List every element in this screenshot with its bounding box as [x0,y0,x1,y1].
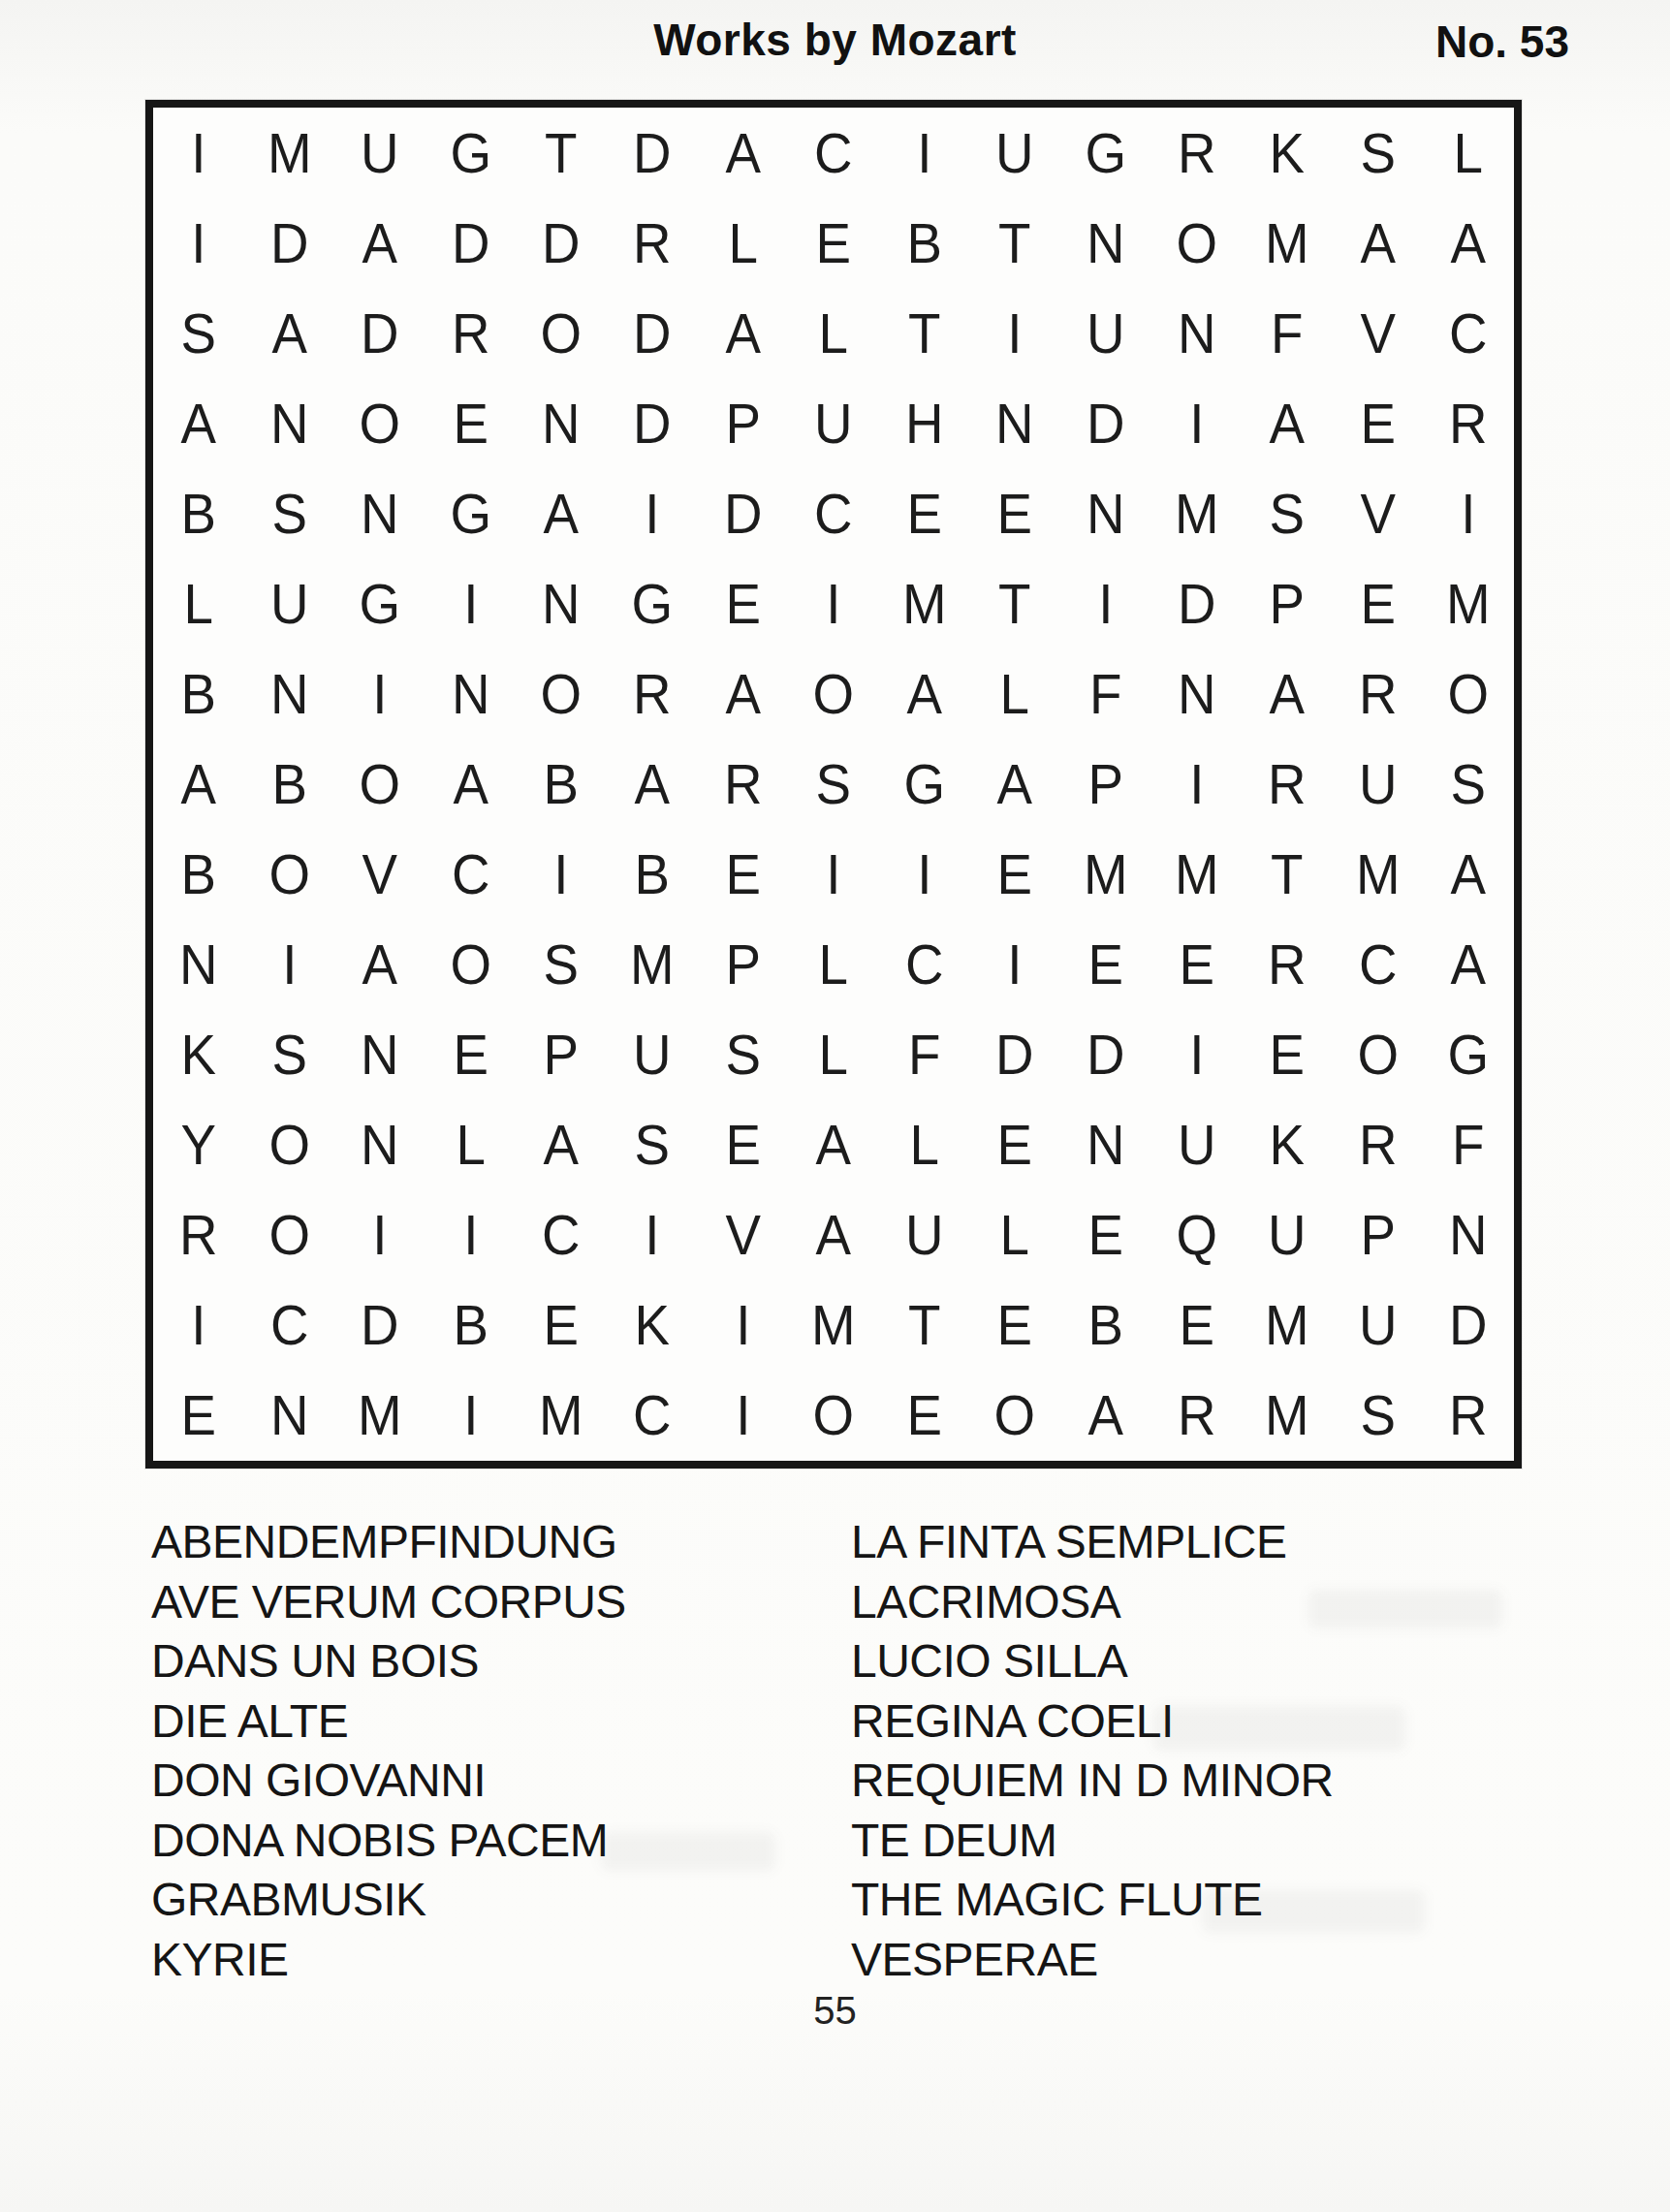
grid-cell-r9c14[interactable]: M [1335,830,1422,920]
grid-cell-r14c2[interactable]: C [245,1280,332,1371]
grid-cell-r6c13[interactable]: P [1244,558,1331,648]
grid-cell-r14c5[interactable]: E [518,1280,605,1371]
grid-cell-r9c5[interactable]: I [518,830,605,920]
grid-cell-r12c3[interactable]: N [336,1100,424,1190]
grid-cell-r8c9[interactable]: G [881,739,968,829]
word-item: AVE VERUM CORPUS [151,1572,626,1632]
grid-cell-r12c14[interactable]: R [1335,1100,1422,1190]
grid-cell-r5c12[interactable]: M [1152,468,1240,558]
grid-cell-r15c5[interactable]: M [518,1371,605,1461]
grid-cell-r13c7[interactable]: V [699,1190,786,1280]
word-item: REQUIEM IN D MINOR [851,1751,1334,1811]
word-list-left-column: ABENDEMPFINDUNGAVE VERUM CORPUSDANS UN B… [151,1512,626,1989]
grid-cell-r13c13[interactable]: U [1244,1190,1331,1280]
grid-cell-r12c1[interactable]: Y [155,1100,242,1190]
grid-cell-r5c6[interactable]: I [609,468,696,558]
grid-cell-r2c10[interactable]: T [971,198,1058,288]
grid-cell-r6c4[interactable]: I [427,558,515,648]
grid-cell-r5c8[interactable]: C [790,468,877,558]
grid-cell-r14c4[interactable]: B [427,1280,515,1371]
grid-cell-r2c14[interactable]: A [1335,198,1422,288]
grid-cell-r2c6[interactable]: R [609,198,696,288]
grid-cell-r11c10[interactable]: D [971,1010,1058,1100]
grid-cell-r5c2[interactable]: S [245,468,332,558]
grid-cell-r14c6[interactable]: K [609,1280,696,1371]
grid-cell-r11c12[interactable]: I [1152,1010,1240,1100]
grid-cell-r10c14[interactable]: C [1335,920,1422,1010]
grid-cell-r13c3[interactable]: I [336,1190,424,1280]
grid-cell-r14c13[interactable]: M [1244,1280,1331,1371]
grid-cell-r4c11[interactable]: D [1062,378,1150,468]
grid-cell-r1c3[interactable]: U [336,108,424,198]
grid-cell-r15c11[interactable]: A [1062,1371,1150,1461]
grid-cell-r3c4[interactable]: R [427,288,515,378]
grid-cell-r12c7[interactable]: E [699,1100,786,1190]
grid-cell-r9c7[interactable]: E [699,830,786,920]
grid-cell-r5c7[interactable]: D [699,468,786,558]
grid-cell-r8c6[interactable]: A [609,739,696,829]
grid-cell-r1c7[interactable]: A [699,108,786,198]
grid-cell-r7c8[interactable]: O [790,648,877,739]
grid-cell-r11c7[interactable]: S [699,1010,786,1100]
puzzle-number: No. 53 [1435,16,1569,68]
grid-cell-r8c3[interactable]: O [336,739,424,829]
grid-cell-r8c2[interactable]: B [245,739,332,829]
grid-cell-r11c6[interactable]: U [609,1010,696,1100]
grid-cell-r13c10[interactable]: L [971,1190,1058,1280]
grid-cell-r5c5[interactable]: A [518,468,605,558]
grid-cell-r10c9[interactable]: C [881,920,968,1010]
grid-cell-r3c14[interactable]: V [1335,288,1422,378]
grid-cell-r5c14[interactable]: V [1335,468,1422,558]
word-item: GRABMUSIK [151,1870,626,1930]
grid-cell-r6c11[interactable]: I [1062,558,1150,648]
grid-cell-r1c9[interactable]: I [881,108,968,198]
grid-cell-r6c10[interactable]: T [971,558,1058,648]
word-item: ABENDEMPFINDUNG [151,1512,626,1572]
grid-cell-r9c10[interactable]: E [971,830,1058,920]
page-number: 55 [0,1989,1670,2033]
grid-cell-r12c5[interactable]: A [518,1100,605,1190]
grid-cell-r3c13[interactable]: F [1244,288,1331,378]
grid-cell-r12c2[interactable]: O [245,1100,332,1190]
grid-cell-r13c6[interactable]: I [609,1190,696,1280]
grid-cell-r5c3[interactable]: N [336,468,424,558]
grid-cell-r11c2[interactable]: S [245,1010,332,1100]
grid-cell-r9c15[interactable]: A [1425,830,1512,920]
grid-cell-r4c7[interactable]: P [699,378,786,468]
grid-cell-r7c4[interactable]: N [427,648,515,739]
grid-cell-r6c14[interactable]: E [1335,558,1422,648]
grid-cell-r13c4[interactable]: I [427,1190,515,1280]
grid-cell-r12c10[interactable]: E [971,1100,1058,1190]
grid-cell-r8c15[interactable]: S [1425,739,1512,829]
grid-cell-r15c13[interactable]: M [1244,1371,1331,1461]
word-search-grid: IMUGTDACIUGRKSLIDADDRLEBTNOMAASADRODALTI… [153,108,1514,1461]
grid-cell-r8c10[interactable]: A [971,739,1058,829]
grid-cell-r14c8[interactable]: M [790,1280,877,1371]
grid-cell-r15c6[interactable]: C [609,1371,696,1461]
grid-cell-r9c8[interactable]: I [790,830,877,920]
grid-cell-r1c6[interactable]: D [609,108,696,198]
grid-cell-r9c2[interactable]: O [245,830,332,920]
grid-cell-r7c5[interactable]: O [518,648,605,739]
grid-cell-r9c12[interactable]: M [1152,830,1240,920]
grid-cell-r7c3[interactable]: I [336,648,424,739]
grid-cell-r6c12[interactable]: D [1152,558,1240,648]
grid-cell-r12c8[interactable]: A [790,1100,877,1190]
grid-cell-r11c3[interactable]: N [336,1010,424,1100]
word-item: DIE ALTE [151,1691,626,1752]
grid-cell-r7c1[interactable]: B [155,648,242,739]
grid-cell-r2c5[interactable]: D [518,198,605,288]
grid-cell-r6c7[interactable]: E [699,558,786,648]
grid-cell-r15c2[interactable]: N [245,1371,332,1461]
grid-cell-r14c7[interactable]: I [699,1280,786,1371]
grid-cell-r9c9[interactable]: I [881,830,968,920]
grid-cell-r7c2[interactable]: N [245,648,332,739]
grid-cell-r6c6[interactable]: G [609,558,696,648]
grid-cell-r9c4[interactable]: C [427,830,515,920]
grid-cell-r15c3[interactable]: M [336,1371,424,1461]
grid-cell-r4c14[interactable]: E [1335,378,1422,468]
grid-cell-r4c13[interactable]: A [1244,378,1331,468]
grid-cell-r14c10[interactable]: E [971,1280,1058,1371]
grid-cell-r1c2[interactable]: M [245,108,332,198]
grid-cell-r1c15[interactable]: L [1425,108,1512,198]
grid-cell-r6c3[interactable]: G [336,558,424,648]
grid-cell-r2c4[interactable]: D [427,198,515,288]
grid-cell-r1c1[interactable]: I [155,108,242,198]
grid-cell-r8c4[interactable]: A [427,739,515,829]
grid-cell-r12c4[interactable]: L [427,1100,515,1190]
grid-cell-r10c4[interactable]: O [427,920,515,1010]
grid-cell-r10c13[interactable]: R [1244,920,1331,1010]
grid-cell-r12c9[interactable]: L [881,1100,968,1190]
grid-cell-r1c8[interactable]: C [790,108,877,198]
grid-cell-r5c10[interactable]: E [971,468,1058,558]
grid-cell-r7c12[interactable]: N [1152,648,1240,739]
grid-cell-r8c12[interactable]: I [1152,739,1240,829]
grid-cell-r10c2[interactable]: I [245,920,332,1010]
grid-cell-r3c9[interactable]: T [881,288,968,378]
grid-cell-r10c10[interactable]: I [971,920,1058,1010]
grid-cell-r11c9[interactable]: F [881,1010,968,1100]
grid-cell-r5c4[interactable]: G [427,468,515,558]
grid-cell-r1c4[interactable]: G [427,108,515,198]
grid-cell-r15c1[interactable]: E [155,1371,242,1461]
grid-cell-r9c1[interactable]: B [155,830,242,920]
grid-cell-r9c6[interactable]: B [609,830,696,920]
word-item: LUCIO SILLA [851,1631,1334,1691]
grid-cell-r8c7[interactable]: R [699,739,786,829]
grid-cell-r1c11[interactable]: G [1062,108,1150,198]
scan-artifact [1308,1590,1502,1628]
grid-cell-r14c12[interactable]: E [1152,1280,1240,1371]
grid-cell-r6c2[interactable]: U [245,558,332,648]
grid-cell-r6c8[interactable]: I [790,558,877,648]
grid-cell-r15c4[interactable]: I [427,1371,515,1461]
grid-cell-r4c4[interactable]: E [427,378,515,468]
grid-cell-r12c15[interactable]: F [1425,1100,1512,1190]
grid-cell-r2c7[interactable]: L [699,198,786,288]
grid-cell-r9c13[interactable]: T [1244,830,1331,920]
grid-cell-r10c1[interactable]: N [155,920,242,1010]
word-search-board-frame: IMUGTDACIUGRKSLIDADDRLEBTNOMAASADRODALTI… [145,100,1522,1469]
grid-cell-r1c10[interactable]: U [971,108,1058,198]
grid-cell-r1c13[interactable]: K [1244,108,1331,198]
grid-cell-r15c15[interactable]: R [1425,1371,1512,1461]
grid-cell-r14c15[interactable]: D [1425,1280,1512,1371]
grid-cell-r14c11[interactable]: B [1062,1280,1150,1371]
grid-cell-r8c11[interactable]: P [1062,739,1150,829]
grid-cell-r4c15[interactable]: R [1425,378,1512,468]
grid-cell-r11c15[interactable]: G [1425,1010,1512,1100]
grid-cell-r4c2[interactable]: N [245,378,332,468]
word-item: DON GIOVANNI [151,1751,626,1811]
word-item: DONA NOBIS PACEM [151,1811,626,1871]
grid-cell-r7c6[interactable]: R [609,648,696,739]
grid-cell-r8c13[interactable]: R [1244,739,1331,829]
word-list-right-column: LA FINTA SEMPLICELACRIMOSALUCIO SILLAREG… [851,1512,1334,1989]
grid-cell-r7c9[interactable]: A [881,648,968,739]
grid-cell-r14c1[interactable]: I [155,1280,242,1371]
grid-cell-r13c11[interactable]: E [1062,1190,1150,1280]
grid-cell-r13c8[interactable]: A [790,1190,877,1280]
grid-cell-r10c6[interactable]: M [609,920,696,1010]
grid-cell-r2c8[interactable]: E [790,198,877,288]
grid-cell-r11c8[interactable]: L [790,1010,877,1100]
word-item: REGINA COELI [851,1691,1334,1752]
grid-cell-r13c9[interactable]: U [881,1190,968,1280]
grid-cell-r2c9[interactable]: B [881,198,968,288]
grid-cell-r10c7[interactable]: P [699,920,786,1010]
grid-cell-r4c5[interactable]: N [518,378,605,468]
grid-cell-r13c2[interactable]: O [245,1190,332,1280]
grid-cell-r3c3[interactable]: D [336,288,424,378]
grid-cell-r11c11[interactable]: D [1062,1010,1150,1100]
grid-cell-r4c12[interactable]: I [1152,378,1240,468]
grid-cell-r6c9[interactable]: M [881,558,968,648]
grid-cell-r14c3[interactable]: D [336,1280,424,1371]
grid-cell-r2c13[interactable]: M [1244,198,1331,288]
grid-cell-r10c12[interactable]: E [1152,920,1240,1010]
grid-cell-r5c1[interactable]: B [155,468,242,558]
grid-cell-r10c15[interactable]: A [1425,920,1512,1010]
grid-cell-r4c9[interactable]: H [881,378,968,468]
grid-cell-r15c14[interactable]: S [1335,1371,1422,1461]
word-item: VESPERAE [851,1930,1334,1990]
grid-cell-r5c9[interactable]: E [881,468,968,558]
grid-cell-r3c2[interactable]: A [245,288,332,378]
grid-cell-r11c5[interactable]: P [518,1010,605,1100]
grid-cell-r3c11[interactable]: U [1062,288,1150,378]
grid-cell-r7c7[interactable]: A [699,648,786,739]
scan-artifact [601,1832,775,1871]
grid-cell-r4c6[interactable]: D [609,378,696,468]
grid-cell-r9c11[interactable]: M [1062,830,1150,920]
grid-cell-r12c11[interactable]: N [1062,1100,1150,1190]
grid-cell-r7c14[interactable]: R [1335,648,1422,739]
grid-cell-r13c14[interactable]: P [1335,1190,1422,1280]
grid-cell-r2c2[interactable]: D [245,198,332,288]
grid-cell-r8c1[interactable]: A [155,739,242,829]
grid-cell-r5c11[interactable]: N [1062,468,1150,558]
grid-cell-r8c5[interactable]: B [518,739,605,829]
grid-cell-r7c15[interactable]: O [1425,648,1512,739]
grid-cell-r2c11[interactable]: N [1062,198,1150,288]
grid-cell-r1c14[interactable]: S [1335,108,1422,198]
grid-cell-r2c15[interactable]: A [1425,198,1512,288]
grid-cell-r3c8[interactable]: L [790,288,877,378]
grid-cell-r10c11[interactable]: E [1062,920,1150,1010]
grid-cell-r14c9[interactable]: T [881,1280,968,1371]
grid-cell-r7c13[interactable]: A [1244,648,1331,739]
grid-cell-r11c1[interactable]: K [155,1010,242,1100]
grid-cell-r2c12[interactable]: O [1152,198,1240,288]
grid-cell-r3c12[interactable]: N [1152,288,1240,378]
grid-cell-r1c12[interactable]: R [1152,108,1240,198]
grid-cell-r11c4[interactable]: E [427,1010,515,1100]
grid-cell-r10c3[interactable]: A [336,920,424,1010]
grid-cell-r13c12[interactable]: Q [1152,1190,1240,1280]
word-item: DANS UN BOIS [151,1631,626,1691]
grid-cell-r9c3[interactable]: V [336,830,424,920]
grid-cell-r4c8[interactable]: U [790,378,877,468]
grid-cell-r13c15[interactable]: N [1425,1190,1512,1280]
grid-cell-r10c5[interactable]: S [518,920,605,1010]
grid-cell-r7c10[interactable]: L [971,648,1058,739]
grid-cell-r3c15[interactable]: C [1425,288,1512,378]
grid-cell-r12c13[interactable]: K [1244,1100,1331,1190]
word-item: KYRIE [151,1930,626,1990]
grid-cell-r7c11[interactable]: F [1062,648,1150,739]
grid-cell-r5c15[interactable]: I [1425,468,1512,558]
grid-cell-r1c5[interactable]: T [518,108,605,198]
grid-cell-r10c8[interactable]: L [790,920,877,1010]
grid-cell-r13c1[interactable]: R [155,1190,242,1280]
word-item: LA FINTA SEMPLICE [851,1512,1334,1572]
grid-cell-r3c10[interactable]: I [971,288,1058,378]
grid-cell-r2c3[interactable]: A [336,198,424,288]
grid-cell-r14c14[interactable]: U [1335,1280,1422,1371]
word-item: THE MAGIC FLUTE [851,1870,1334,1930]
grid-cell-r12c12[interactable]: U [1152,1100,1240,1190]
grid-cell-r2c1[interactable]: I [155,198,242,288]
word-item: TE DEUM [851,1811,1334,1871]
grid-cell-r4c10[interactable]: N [971,378,1058,468]
grid-cell-r15c7[interactable]: I [699,1371,786,1461]
grid-cell-r3c1[interactable]: S [155,288,242,378]
grid-cell-r8c14[interactable]: U [1335,739,1422,829]
grid-cell-r4c1[interactable]: A [155,378,242,468]
grid-cell-r13c5[interactable]: C [518,1190,605,1280]
grid-cell-r6c5[interactable]: N [518,558,605,648]
grid-cell-r15c8[interactable]: O [790,1371,877,1461]
grid-cell-r5c13[interactable]: S [1244,468,1331,558]
grid-cell-r11c13[interactable]: E [1244,1010,1331,1100]
grid-cell-r6c1[interactable]: L [155,558,242,648]
grid-cell-r3c7[interactable]: A [699,288,786,378]
grid-cell-r8c8[interactable]: S [790,739,877,829]
grid-cell-r3c6[interactable]: D [609,288,696,378]
grid-cell-r4c3[interactable]: O [336,378,424,468]
grid-cell-r6c15[interactable]: M [1425,558,1512,648]
word-item: LACRIMOSA [851,1572,1334,1632]
grid-cell-r15c9[interactable]: E [881,1371,968,1461]
grid-cell-r15c12[interactable]: R [1152,1371,1240,1461]
grid-cell-r11c14[interactable]: O [1335,1010,1422,1100]
page-title: Works by Mozart [0,14,1670,66]
grid-cell-r15c10[interactable]: O [971,1371,1058,1461]
grid-cell-r12c6[interactable]: S [609,1100,696,1190]
grid-cell-r3c5[interactable]: O [518,288,605,378]
